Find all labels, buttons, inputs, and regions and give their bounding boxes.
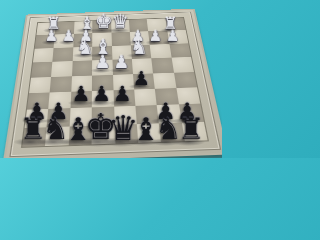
board-square[interactable]: [31, 62, 53, 78]
board-square[interactable]: [171, 57, 194, 72]
piece-black-pawn[interactable]: ♟: [113, 84, 132, 105]
piece-white-pawn[interactable]: ♟: [62, 29, 75, 44]
board-square[interactable]: [29, 77, 51, 93]
chess-3d-scene: ♜♝♚♛♜♟♟♟♟♟♟♞♝♞♟♟♟♟♟♟♟♟♟♟♜♞♝♚♛♝♞♜: [0, 0, 222, 158]
piece-white-knight[interactable]: ♞: [130, 38, 147, 57]
board-square[interactable]: [51, 61, 72, 76]
piece-white-pawn[interactable]: ♟: [149, 29, 162, 44]
board-square[interactable]: [174, 72, 197, 88]
board-square[interactable]: [53, 47, 73, 62]
piece-white-pawn[interactable]: ♟: [114, 54, 130, 72]
board-square[interactable]: [134, 89, 157, 106]
board-square[interactable]: [152, 58, 174, 73]
board-square[interactable]: [111, 32, 131, 46]
piece-white-queen[interactable]: ♛: [112, 13, 129, 32]
piece-black-rook[interactable]: ♜: [178, 115, 204, 144]
board-square[interactable]: [50, 76, 72, 92]
piece-white-pawn[interactable]: ♟: [95, 54, 111, 72]
board-square[interactable]: [169, 43, 191, 58]
board-square[interactable]: [72, 60, 92, 75]
board-square[interactable]: [153, 72, 176, 88]
piece-black-pawn[interactable]: ♟: [133, 69, 150, 88]
piece-white-pawn[interactable]: ♟: [166, 29, 179, 44]
board-square[interactable]: [33, 48, 54, 63]
board-square[interactable]: [150, 44, 171, 59]
piece-white-pawn[interactable]: ♟: [45, 29, 58, 44]
